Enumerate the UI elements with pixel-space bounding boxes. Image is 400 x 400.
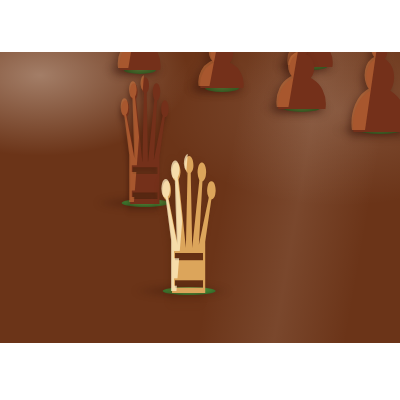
chess-piece-light-queen: ♛♛ (158, 157, 220, 292)
white-margin-top (0, 0, 400, 52)
light-queen-glyph: ♛♛ (154, 135, 225, 323)
glyph-sheen-highlight: ♛ (153, 133, 224, 321)
dark-pawn-glyph: ♟♟ (266, 52, 338, 124)
dark-pawn-glyph: ♟♟ (189, 52, 254, 101)
glyph-sheen-highlight: ♟ (338, 52, 400, 149)
pieces-layer: ♟♟♟♟♟♟♟♟♟♟♛♛♛♛ (0, 52, 400, 343)
white-margin-bottom (0, 343, 400, 400)
chess-product-photo: ♟♟♟♟♟♟♟♟♟♟♛♛♛♛ (0, 0, 400, 400)
dark-pawn-glyph: ♟♟ (339, 52, 400, 151)
glyph-sheen-highlight: ♟ (187, 52, 252, 99)
chess-piece-dark-pawn: ♟♟ (202, 52, 242, 89)
glyph-sheen-highlight: ♟ (264, 52, 336, 122)
chess-piece-dark-pawn: ♟♟ (355, 59, 400, 131)
board-photo-area: ♟♟♟♟♟♟♟♟♟♟♛♛♛♛ (0, 52, 400, 343)
chess-piece-dark-pawn: ♟♟ (280, 55, 324, 109)
